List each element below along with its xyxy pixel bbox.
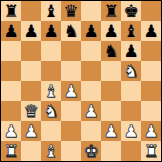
- square-e2[interactable]: [81, 121, 101, 141]
- square-f8[interactable]: ♜: [101, 1, 121, 21]
- square-f5[interactable]: [101, 61, 121, 81]
- square-c5[interactable]: [41, 61, 61, 81]
- square-a2[interactable]: ♟: [1, 121, 21, 141]
- square-c2[interactable]: [41, 121, 61, 141]
- piece-white-pawn-f2[interactable]: ♟: [101, 121, 121, 141]
- square-c8[interactable]: ♝: [41, 1, 61, 21]
- square-b1[interactable]: [21, 141, 41, 161]
- square-g6[interactable]: ♟: [121, 41, 141, 61]
- square-e8[interactable]: [81, 1, 101, 21]
- piece-white-pawn-g2[interactable]: ♟: [121, 121, 141, 141]
- piece-black-rook-f8[interactable]: ♜: [101, 1, 121, 21]
- square-b7[interactable]: ♟: [21, 21, 41, 41]
- piece-black-knight-d7[interactable]: ♞: [61, 21, 81, 41]
- piece-white-queen-b3[interactable]: ♛: [21, 101, 41, 121]
- square-a1[interactable]: ♜: [1, 141, 21, 161]
- square-d4[interactable]: ♟: [61, 81, 81, 101]
- square-a7[interactable]: ♟: [1, 21, 21, 41]
- square-e3[interactable]: ♟: [81, 101, 101, 121]
- square-d8[interactable]: ♛: [61, 1, 81, 21]
- piece-white-rook-a1[interactable]: ♜: [1, 141, 21, 161]
- square-b6[interactable]: [21, 41, 41, 61]
- square-g4[interactable]: [121, 81, 141, 101]
- piece-black-knight-f6[interactable]: ♞: [101, 41, 121, 61]
- square-g8[interactable]: ♚: [121, 1, 141, 21]
- square-f3[interactable]: [101, 101, 121, 121]
- piece-white-king-e1[interactable]: ♚: [81, 141, 101, 161]
- square-e7[interactable]: ♟: [81, 21, 101, 41]
- square-g1[interactable]: [121, 141, 141, 161]
- piece-white-bishop-c1[interactable]: ♝: [41, 141, 61, 161]
- square-e1[interactable]: ♚: [81, 141, 101, 161]
- piece-black-queen-d8[interactable]: ♛: [61, 1, 81, 21]
- square-d7[interactable]: ♞: [61, 21, 81, 41]
- square-c7[interactable]: ♟: [41, 21, 61, 41]
- piece-black-pawn-e7[interactable]: ♟: [81, 21, 101, 41]
- square-b2[interactable]: ♟: [21, 121, 41, 141]
- square-g2[interactable]: ♟: [121, 121, 141, 141]
- square-g5[interactable]: ♞: [121, 61, 141, 81]
- square-h7[interactable]: ♟: [141, 21, 161, 41]
- square-b4[interactable]: [21, 81, 41, 101]
- piece-white-bishop-c4[interactable]: ♝: [41, 81, 61, 101]
- square-a8[interactable]: ♜: [1, 1, 21, 21]
- square-e5[interactable]: [81, 61, 101, 81]
- square-d1[interactable]: [61, 141, 81, 161]
- square-e6[interactable]: [81, 41, 101, 61]
- square-b5[interactable]: [21, 61, 41, 81]
- square-d2[interactable]: [61, 121, 81, 141]
- square-b8[interactable]: [21, 1, 41, 21]
- piece-black-pawn-c7[interactable]: ♟: [41, 21, 61, 41]
- piece-white-pawn-h2[interactable]: ♟: [141, 121, 161, 141]
- square-c3[interactable]: ♞: [41, 101, 61, 121]
- piece-white-knight-g5[interactable]: ♞: [121, 61, 141, 81]
- piece-black-pawn-a7[interactable]: ♟: [1, 21, 21, 41]
- square-f2[interactable]: ♟: [101, 121, 121, 141]
- square-h1[interactable]: ♜: [141, 141, 161, 161]
- square-a6[interactable]: [1, 41, 21, 61]
- square-g3[interactable]: [121, 101, 141, 121]
- square-b3[interactable]: ♛: [21, 101, 41, 121]
- square-g7[interactable]: ♝: [121, 21, 141, 41]
- piece-black-pawn-f7[interactable]: ♟: [101, 21, 121, 41]
- square-h4[interactable]: [141, 81, 161, 101]
- square-c4[interactable]: ♝: [41, 81, 61, 101]
- square-h6[interactable]: [141, 41, 161, 61]
- square-f6[interactable]: ♞: [101, 41, 121, 61]
- square-f1[interactable]: [101, 141, 121, 161]
- square-c1[interactable]: ♝: [41, 141, 61, 161]
- square-a5[interactable]: [1, 61, 21, 81]
- piece-white-pawn-e3[interactable]: ♟: [81, 101, 101, 121]
- square-e4[interactable]: [81, 81, 101, 101]
- square-d5[interactable]: [61, 61, 81, 81]
- square-h5[interactable]: [141, 61, 161, 81]
- piece-white-pawn-b2[interactable]: ♟: [21, 121, 41, 141]
- square-d6[interactable]: [61, 41, 81, 61]
- piece-black-king-g8[interactable]: ♚: [121, 1, 141, 21]
- piece-black-bishop-g7[interactable]: ♝: [121, 21, 141, 41]
- square-a4[interactable]: [1, 81, 21, 101]
- piece-white-pawn-a2[interactable]: ♟: [1, 121, 21, 141]
- piece-black-rook-a8[interactable]: ♜: [1, 1, 21, 21]
- square-c6[interactable]: [41, 41, 61, 61]
- square-d3[interactable]: [61, 101, 81, 121]
- square-f7[interactable]: ♟: [101, 21, 121, 41]
- chess-board: ♜♝♛♜♚♟♟♟♞♟♟♝♟♞♟♞♝♟♛♞♟♟♟♟♟♟♜♝♚♜: [0, 0, 162, 162]
- square-f4[interactable]: [101, 81, 121, 101]
- square-h3[interactable]: [141, 101, 161, 121]
- piece-white-pawn-d4[interactable]: ♟: [61, 81, 81, 101]
- piece-black-pawn-b7[interactable]: ♟: [21, 21, 41, 41]
- piece-black-pawn-h7[interactable]: ♟: [141, 21, 161, 41]
- square-a3[interactable]: [1, 101, 21, 121]
- piece-white-knight-c3[interactable]: ♞: [41, 101, 61, 121]
- piece-black-pawn-g6[interactable]: ♟: [121, 41, 141, 61]
- board-container: ♜♝♛♜♚♟♟♟♞♟♟♝♟♞♟♞♝♟♛♞♟♟♟♟♟♟♜♝♚♜: [0, 0, 162, 162]
- square-h2[interactable]: ♟: [141, 121, 161, 141]
- piece-white-rook-h1[interactable]: ♜: [141, 141, 161, 161]
- piece-black-bishop-c8[interactable]: ♝: [41, 1, 61, 21]
- square-h8[interactable]: [141, 1, 161, 21]
